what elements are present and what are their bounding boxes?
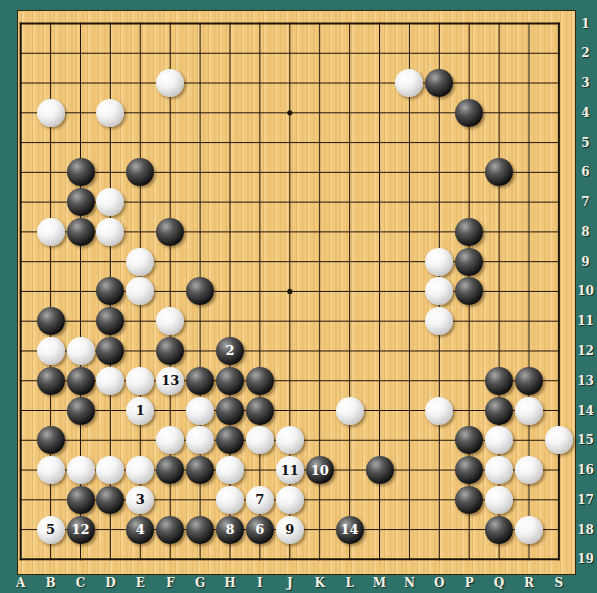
stone-F12[interactable] [156,337,184,365]
stone-C7[interactable] [67,188,95,216]
move-number-label: 8 [225,523,234,536]
stone-E17[interactable]: 3 [126,486,154,514]
row-label-6: 6 [581,165,589,179]
stone-D4[interactable] [96,99,124,127]
row-label-17: 17 [577,493,594,507]
stone-B13[interactable] [37,367,65,395]
move-number-label: 13 [161,374,179,387]
stone-B12[interactable] [37,337,65,365]
stone-J17[interactable] [276,486,304,514]
move-number-label: 4 [136,523,145,536]
stone-C17[interactable] [67,486,95,514]
row-label-13: 13 [577,374,594,388]
col-label-L: L [345,576,353,590]
row-label-3: 3 [581,76,589,90]
stone-R16[interactable] [515,456,543,484]
move-number-label: 14 [341,523,359,536]
stone-P4[interactable] [455,99,483,127]
row-label-18: 18 [577,523,594,537]
stone-F8[interactable] [156,218,184,246]
col-label-P: P [465,576,474,590]
stone-K16[interactable]: 10 [306,456,334,484]
star-point-J10 [287,289,292,294]
row-label-19: 19 [577,552,594,566]
move-number-label: 11 [281,464,299,477]
stone-R13[interactable] [515,367,543,395]
star-point-J4 [287,110,292,115]
col-label-E: E [136,576,145,590]
stone-B15[interactable] [37,426,65,454]
stone-J15[interactable] [276,426,304,454]
stone-E18[interactable]: 4 [126,516,154,544]
row-label-10: 10 [577,284,594,298]
move-number-label: 12 [71,523,89,536]
stone-H13[interactable] [216,367,244,395]
stone-I17[interactable]: 7 [246,486,274,514]
col-label-R: R [524,576,534,590]
stone-O14[interactable] [425,397,453,425]
stone-R18[interactable] [515,516,543,544]
stone-H18[interactable]: 8 [216,516,244,544]
stone-E13[interactable] [126,367,154,395]
stone-I15[interactable] [246,426,274,454]
stone-M16[interactable] [366,456,394,484]
row-label-1: 1 [581,17,589,31]
stone-Q16[interactable] [485,456,513,484]
stone-G18[interactable] [186,516,214,544]
stone-C12[interactable] [67,337,95,365]
stone-L18[interactable]: 14 [336,516,364,544]
col-label-I: I [257,576,263,590]
move-number-label: 2 [225,344,234,357]
row-label-12: 12 [577,344,594,358]
col-label-C: C [76,576,86,590]
col-label-D: D [105,576,115,590]
move-number-label: 7 [255,493,264,506]
col-label-N: N [404,576,415,590]
stone-D13[interactable] [96,367,124,395]
col-label-G: G [195,576,205,590]
stone-J16[interactable]: 11 [276,456,304,484]
row-label-5: 5 [581,136,589,150]
stone-P9[interactable] [455,248,483,276]
stone-B8[interactable] [37,218,65,246]
go-board-app: 2131111037512486914 ABCDEFGHIJKLMNOPQRS1… [0,0,597,593]
stone-S15[interactable] [545,426,573,454]
col-label-F: F [166,576,175,590]
stone-B16[interactable] [37,456,65,484]
stone-R14[interactable] [515,397,543,425]
stone-H17[interactable] [216,486,244,514]
stone-Q14[interactable] [485,397,513,425]
col-label-Q: Q [494,576,504,590]
stone-Q18[interactable] [485,516,513,544]
stone-G14[interactable] [186,397,214,425]
stone-F13[interactable]: 13 [156,367,184,395]
stone-C13[interactable] [67,367,95,395]
move-number-label: 10 [311,464,329,477]
col-label-K: K [314,576,324,590]
stone-J18[interactable]: 9 [276,516,304,544]
col-label-M: M [373,576,386,590]
move-number-label: 3 [136,493,145,506]
row-label-9: 9 [581,255,589,269]
stone-L14[interactable] [336,397,364,425]
move-number-label: 9 [285,523,294,536]
stone-H12[interactable]: 2 [216,337,244,365]
stone-Q17[interactable] [485,486,513,514]
stone-C8[interactable] [67,218,95,246]
row-label-8: 8 [581,225,589,239]
stone-I14[interactable] [246,397,274,425]
col-label-B: B [46,576,56,590]
stone-O9[interactable] [425,248,453,276]
row-label-11: 11 [577,314,594,328]
stone-E9[interactable] [126,248,154,276]
stone-Q13[interactable] [485,367,513,395]
stone-H16[interactable] [216,456,244,484]
move-number-label: 1 [136,404,145,417]
stone-C18[interactable]: 12 [67,516,95,544]
row-label-15: 15 [577,433,594,447]
col-label-J: J [287,576,293,590]
stone-I13[interactable] [246,367,274,395]
stone-B4[interactable] [37,99,65,127]
row-label-7: 7 [581,195,589,209]
col-label-H: H [224,576,235,590]
stone-G16[interactable] [186,456,214,484]
move-number-label: 5 [46,523,55,536]
row-label-4: 4 [581,106,589,120]
stone-P8[interactable] [455,218,483,246]
stone-C14[interactable] [67,397,95,425]
row-label-2: 2 [581,46,589,60]
row-label-16: 16 [577,463,594,477]
col-label-S: S [555,576,564,590]
stone-F18[interactable] [156,516,184,544]
stone-I18[interactable]: 6 [246,516,274,544]
col-label-A: A [16,576,25,590]
stone-B18[interactable]: 5 [37,516,65,544]
stone-C6[interactable] [67,158,95,186]
stone-B11[interactable] [37,307,65,335]
move-number-label: 6 [255,523,264,536]
stone-G13[interactable] [186,367,214,395]
stone-C16[interactable] [67,456,95,484]
stone-E14[interactable]: 1 [126,397,154,425]
row-label-14: 14 [577,404,594,418]
col-label-O: O [434,576,444,590]
stone-H14[interactable] [216,397,244,425]
stone-P17[interactable] [455,486,483,514]
